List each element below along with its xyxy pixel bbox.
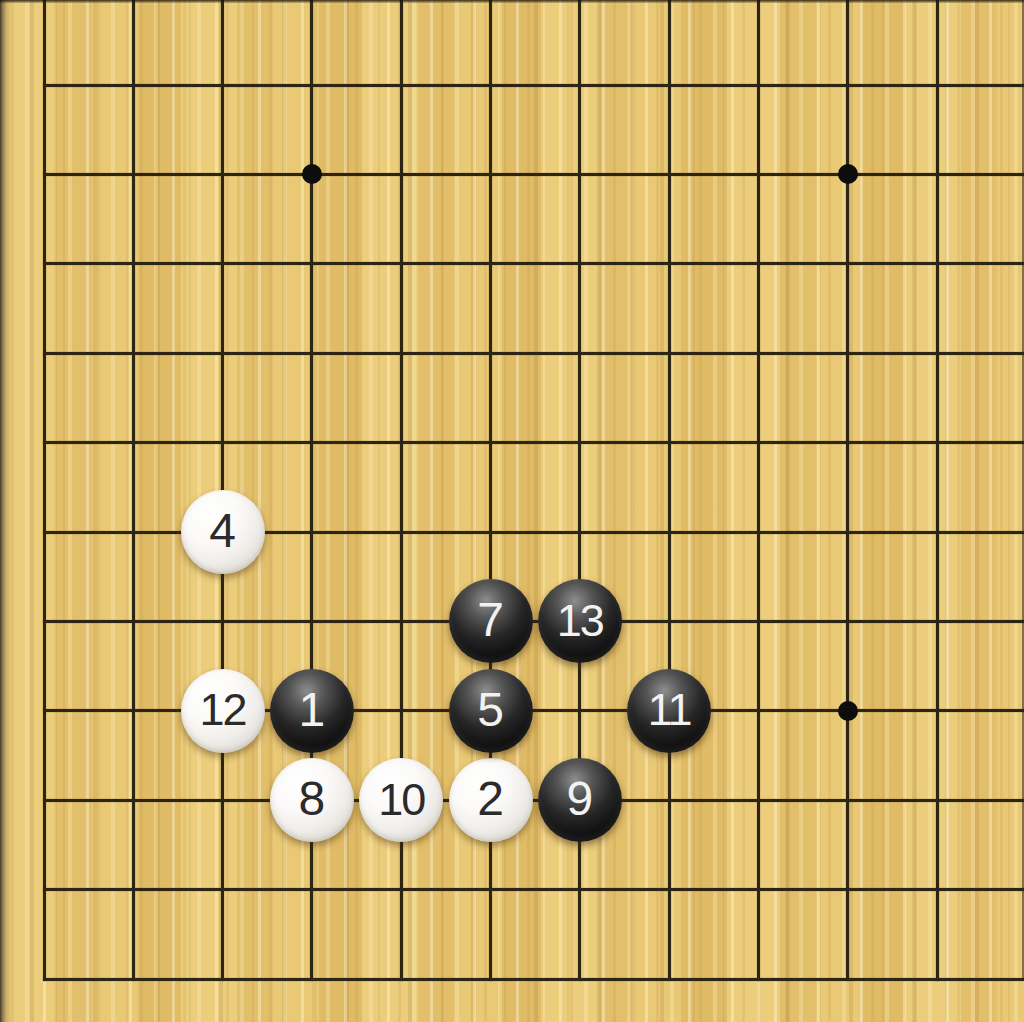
stone-move-number: 10 — [378, 777, 424, 822]
grid-line-vertical — [43, 0, 46, 981]
grid-line-vertical — [132, 0, 135, 981]
stone-black-1[interactable]: 1 — [270, 669, 354, 753]
stone-move-number: 1 — [299, 686, 326, 734]
star-point-K10 — [838, 164, 858, 184]
grid-line-horizontal — [43, 888, 1024, 891]
stone-move-number: 2 — [477, 775, 504, 823]
stone-move-number: 13 — [557, 598, 603, 643]
stone-move-number: 4 — [209, 507, 236, 555]
stone-move-number: 7 — [477, 596, 504, 644]
stone-black-13[interactable]: 13 — [538, 579, 622, 663]
stone-move-number: 9 — [566, 775, 593, 823]
star-point-D10 — [302, 164, 322, 184]
stone-white-4[interactable]: 4 — [181, 490, 265, 574]
star-point-K4 — [838, 701, 858, 721]
stone-move-number: 5 — [477, 686, 504, 734]
stone-black-5[interactable]: 5 — [449, 669, 533, 753]
stone-white-8[interactable]: 8 — [270, 758, 354, 842]
grid-line-horizontal — [43, 84, 1024, 87]
stone-move-number: 8 — [299, 775, 326, 823]
grid-line-horizontal — [43, 799, 1024, 802]
stone-black-9[interactable]: 9 — [538, 758, 622, 842]
grid-line-horizontal — [43, 352, 1024, 355]
stone-white-2[interactable]: 2 — [449, 758, 533, 842]
grid-line-horizontal — [43, 441, 1024, 444]
grid-line-horizontal — [43, 978, 1024, 981]
grid-line-vertical — [846, 0, 849, 981]
grid-line-horizontal — [43, 173, 1024, 176]
go-board[interactable]: 124578910111213 — [0, 0, 1024, 1022]
grid-line-vertical — [757, 0, 760, 981]
stone-black-7[interactable]: 7 — [449, 579, 533, 663]
stone-white-12[interactable]: 12 — [181, 669, 265, 753]
stone-white-10[interactable]: 10 — [359, 758, 443, 842]
grid-line-vertical — [668, 0, 671, 981]
board-top-edge-line — [0, 0, 1024, 3]
board-left-edge-shadow — [0, 0, 12, 1022]
stone-black-11[interactable]: 11 — [627, 669, 711, 753]
stone-move-number: 11 — [648, 687, 691, 732]
grid-line-horizontal — [43, 620, 1024, 623]
grid-line-horizontal — [43, 262, 1024, 265]
grid-line-vertical — [936, 0, 939, 981]
stone-move-number: 12 — [200, 687, 246, 732]
